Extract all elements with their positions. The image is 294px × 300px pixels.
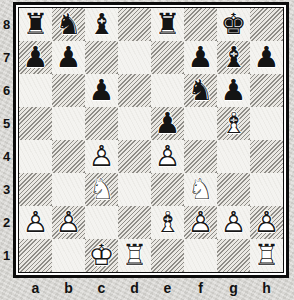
rank-label-4: 4 <box>0 140 13 173</box>
white-rook: ♜︎♖︎ <box>250 239 283 272</box>
square-g5[interactable]: ♝︎♗︎ <box>217 107 250 140</box>
piece-outline: ♖︎ <box>250 239 283 272</box>
piece-outline: ♗︎ <box>217 107 250 140</box>
square-a3[interactable] <box>19 173 52 206</box>
piece-glyph: ♟︎ <box>56 40 82 74</box>
black-pawn: ♟︎ <box>250 41 283 74</box>
black-bishop: ♝︎ <box>217 41 250 74</box>
white-knight: ♞︎♘︎ <box>184 173 217 206</box>
square-b2[interactable]: ♟︎♙︎ <box>52 206 85 239</box>
square-h7[interactable]: ♟︎ <box>250 41 283 74</box>
square-d1[interactable]: ♜︎♖︎ <box>118 239 151 272</box>
square-a1[interactable] <box>19 239 52 272</box>
black-rook: ♜︎ <box>151 8 184 41</box>
square-e5[interactable]: ♟︎ <box>151 107 184 140</box>
black-knight: ♞︎ <box>184 74 217 107</box>
file-label-g: g <box>217 278 250 298</box>
piece-glyph: ♞︎ <box>56 7 82 41</box>
piece-outline: ♙︎ <box>184 206 217 239</box>
piece-outline: ♙︎ <box>52 206 85 239</box>
file-label-h: h <box>250 278 283 298</box>
rank-label-1: 1 <box>0 239 13 272</box>
square-a7[interactable]: ♟︎ <box>19 41 52 74</box>
piece-glyph: ♟︎ <box>89 73 115 107</box>
white-bishop: ♝︎♗︎ <box>151 206 184 239</box>
square-b8[interactable]: ♞︎ <box>52 8 85 41</box>
square-e2[interactable]: ♝︎♗︎ <box>151 206 184 239</box>
square-e4[interactable]: ♟︎♙︎ <box>151 140 184 173</box>
rank-label-8: 8 <box>0 8 13 41</box>
piece-glyph: ♟︎ <box>221 73 247 107</box>
rank-labels: 87654321 <box>0 8 13 272</box>
white-pawn: ♟︎♙︎ <box>52 206 85 239</box>
board-inner-border: ♜︎♞︎♝︎♜︎♚︎♟︎♟︎♟︎♝︎♟︎♟︎♞︎♟︎♟︎♝︎♗︎♟︎♙︎♟︎♙︎… <box>18 7 284 273</box>
rank-label-6: 6 <box>0 74 13 107</box>
piece-outline: ♙︎ <box>19 206 52 239</box>
square-f8[interactable] <box>184 8 217 41</box>
piece-outline: ♙︎ <box>217 206 250 239</box>
square-f3[interactable]: ♞︎♘︎ <box>184 173 217 206</box>
white-pawn: ♟︎♙︎ <box>217 206 250 239</box>
square-a4[interactable] <box>19 140 52 173</box>
square-a2[interactable]: ♟︎♙︎ <box>19 206 52 239</box>
square-d5[interactable] <box>118 107 151 140</box>
square-c4[interactable]: ♟︎♙︎ <box>85 140 118 173</box>
square-c7[interactable] <box>85 41 118 74</box>
piece-outline: ♙︎ <box>250 206 283 239</box>
piece-glyph: ♚︎ <box>221 7 247 41</box>
black-pawn: ♟︎ <box>85 74 118 107</box>
black-king: ♚︎ <box>217 8 250 41</box>
square-h3[interactable] <box>250 173 283 206</box>
square-d3[interactable] <box>118 173 151 206</box>
square-h1[interactable]: ♜︎♖︎ <box>250 239 283 272</box>
white-pawn: ♟︎♙︎ <box>250 206 283 239</box>
square-c2[interactable] <box>85 206 118 239</box>
square-e3[interactable] <box>151 173 184 206</box>
square-e8[interactable]: ♜︎ <box>151 8 184 41</box>
square-b3[interactable] <box>52 173 85 206</box>
piece-glyph: ♝︎ <box>89 7 115 41</box>
chess-diagram: 87654321 ♜︎♞︎♝︎♜︎♚︎♟︎♟︎♟︎♝︎♟︎♟︎♞︎♟︎♟︎♝︎♗… <box>0 0 294 300</box>
file-label-f: f <box>184 278 217 298</box>
square-b7[interactable]: ♟︎ <box>52 41 85 74</box>
piece-outline: ♘︎ <box>85 173 118 206</box>
piece-outline: ♘︎ <box>184 173 217 206</box>
square-g7[interactable]: ♝︎ <box>217 41 250 74</box>
white-knight: ♞︎♘︎ <box>85 173 118 206</box>
square-d8[interactable] <box>118 8 151 41</box>
square-c5[interactable] <box>85 107 118 140</box>
file-label-a: a <box>19 278 52 298</box>
white-pawn: ♟︎♙︎ <box>85 140 118 173</box>
square-b5[interactable] <box>52 107 85 140</box>
white-pawn: ♟︎♙︎ <box>19 206 52 239</box>
black-pawn: ♟︎ <box>52 41 85 74</box>
square-h4[interactable] <box>250 140 283 173</box>
square-g3[interactable] <box>217 173 250 206</box>
piece-outline: ♙︎ <box>85 140 118 173</box>
square-b6[interactable] <box>52 74 85 107</box>
piece-outline: ♗︎ <box>151 206 184 239</box>
square-h6[interactable] <box>250 74 283 107</box>
square-g2[interactable]: ♟︎♙︎ <box>217 206 250 239</box>
black-pawn: ♟︎ <box>151 107 184 140</box>
square-f6[interactable]: ♞︎ <box>184 74 217 107</box>
square-a8[interactable]: ♜︎ <box>19 8 52 41</box>
square-a6[interactable] <box>19 74 52 107</box>
white-rook: ♜︎♖︎ <box>118 239 151 272</box>
square-g6[interactable]: ♟︎ <box>217 74 250 107</box>
piece-glyph: ♟︎ <box>155 106 181 140</box>
piece-outline: ♖︎ <box>118 239 151 272</box>
square-h5[interactable] <box>250 107 283 140</box>
file-label-e: e <box>151 278 184 298</box>
square-g1[interactable] <box>217 239 250 272</box>
square-d6[interactable] <box>118 74 151 107</box>
piece-outline: ♙︎ <box>151 140 184 173</box>
black-bishop: ♝︎ <box>85 8 118 41</box>
square-e1[interactable] <box>151 239 184 272</box>
piece-glyph: ♞︎ <box>188 73 214 107</box>
black-pawn: ♟︎ <box>184 41 217 74</box>
square-h2[interactable]: ♟︎♙︎ <box>250 206 283 239</box>
piece-glyph: ♜︎ <box>23 7 49 41</box>
square-f4[interactable] <box>184 140 217 173</box>
square-f1[interactable] <box>184 239 217 272</box>
chess-board: ♜︎♞︎♝︎♜︎♚︎♟︎♟︎♟︎♝︎♟︎♟︎♞︎♟︎♟︎♝︎♗︎♟︎♙︎♟︎♙︎… <box>19 8 283 272</box>
square-g4[interactable] <box>217 140 250 173</box>
white-pawn: ♟︎♙︎ <box>184 206 217 239</box>
square-d2[interactable] <box>118 206 151 239</box>
piece-outline: ♔︎ <box>85 239 118 272</box>
square-c1[interactable]: ♚︎♔︎ <box>85 239 118 272</box>
square-c6[interactable]: ♟︎ <box>85 74 118 107</box>
black-rook: ♜︎ <box>19 8 52 41</box>
rank-label-5: 5 <box>0 107 13 140</box>
square-c3[interactable]: ♞︎♘︎ <box>85 173 118 206</box>
square-g8[interactable]: ♚︎ <box>217 8 250 41</box>
board-border: ♜︎♞︎♝︎♜︎♚︎♟︎♟︎♟︎♝︎♟︎♟︎♞︎♟︎♟︎♝︎♗︎♟︎♙︎♟︎♙︎… <box>13 2 289 278</box>
piece-glyph: ♜︎ <box>155 7 181 41</box>
rank-label-3: 3 <box>0 173 13 206</box>
square-d4[interactable] <box>118 140 151 173</box>
white-pawn: ♟︎♙︎ <box>151 140 184 173</box>
black-pawn: ♟︎ <box>19 41 52 74</box>
file-label-c: c <box>85 278 118 298</box>
black-knight: ♞︎ <box>52 8 85 41</box>
white-bishop: ♝︎♗︎ <box>217 107 250 140</box>
rank-label-7: 7 <box>0 41 13 74</box>
square-c8[interactable]: ♝︎ <box>85 8 118 41</box>
square-f2[interactable]: ♟︎♙︎ <box>184 206 217 239</box>
piece-glyph: ♟︎ <box>23 40 49 74</box>
square-h8[interactable] <box>250 8 283 41</box>
piece-glyph: ♝︎ <box>221 40 247 74</box>
file-label-d: d <box>118 278 151 298</box>
square-b4[interactable] <box>52 140 85 173</box>
piece-glyph: ♟︎ <box>254 40 280 74</box>
white-king: ♚︎♔︎ <box>85 239 118 272</box>
square-e6[interactable] <box>151 74 184 107</box>
square-e7[interactable] <box>151 41 184 74</box>
file-labels: abcdefgh <box>19 278 283 298</box>
file-label-b: b <box>52 278 85 298</box>
black-pawn: ♟︎ <box>217 74 250 107</box>
rank-label-2: 2 <box>0 206 13 239</box>
piece-glyph: ♟︎ <box>188 40 214 74</box>
square-b1[interactable] <box>52 239 85 272</box>
square-d7[interactable] <box>118 41 151 74</box>
square-f7[interactable]: ♟︎ <box>184 41 217 74</box>
square-a5[interactable] <box>19 107 52 140</box>
square-f5[interactable] <box>184 107 217 140</box>
